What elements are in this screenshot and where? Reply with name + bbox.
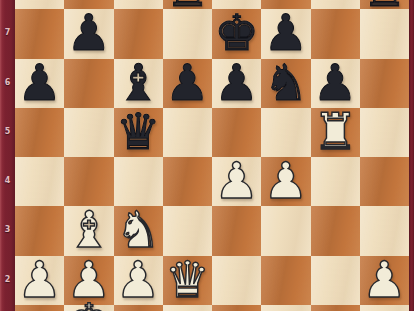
black-king-e7: ♚ — [212, 9, 261, 58]
black-queen-c5: ♛ — [114, 108, 163, 157]
chess-board: ♜♜♟♚♟♟♝♟♟♞♟♛♜♟♟♝♞♟♟♟♛♟♚ — [15, 0, 409, 311]
square-c1 — [114, 305, 163, 311]
square-a1 — [15, 305, 64, 311]
white-king-b1: ♚ — [64, 298, 113, 311]
square-c4 — [114, 157, 163, 206]
square-d5 — [163, 108, 212, 157]
white-pawn-f4: ♟ — [261, 157, 310, 206]
square-h1 — [360, 305, 409, 311]
square-e7: ♚ — [212, 9, 261, 58]
square-e2 — [212, 256, 261, 305]
square-d1 — [163, 305, 212, 311]
square-f3 — [261, 206, 310, 255]
black-pawn-f7: ♟ — [261, 9, 310, 58]
white-pawn-c2: ♟ — [114, 256, 163, 305]
square-h7 — [360, 9, 409, 58]
square-b7: ♟ — [64, 9, 113, 58]
rank-label-5: 5 — [0, 127, 15, 136]
white-knight-c3: ♞ — [114, 206, 163, 255]
square-b5 — [64, 108, 113, 157]
white-pawn-a2: ♟ — [15, 256, 64, 305]
square-g5: ♜ — [311, 108, 360, 157]
square-a6: ♟ — [15, 59, 64, 108]
square-f2 — [261, 256, 310, 305]
square-h4 — [360, 157, 409, 206]
square-c6: ♝ — [114, 59, 163, 108]
square-d2: ♛ — [163, 256, 212, 305]
square-d3 — [163, 206, 212, 255]
rank-label-2: 2 — [0, 275, 15, 284]
square-a7 — [15, 9, 64, 58]
square-d6: ♟ — [163, 59, 212, 108]
rank-label-6: 6 — [0, 78, 15, 87]
square-b3: ♝ — [64, 206, 113, 255]
square-a5 — [15, 108, 64, 157]
square-d7 — [163, 9, 212, 58]
square-b1: ♚ — [64, 305, 113, 311]
square-c5: ♛ — [114, 108, 163, 157]
board-left-border: 7 6 5 4 3 2 — [0, 0, 15, 311]
square-e3 — [212, 206, 261, 255]
white-queen-d2: ♛ — [163, 256, 212, 305]
black-pawn-g6: ♟ — [311, 59, 360, 108]
square-a3 — [15, 206, 64, 255]
black-pawn-d6: ♟ — [163, 59, 212, 108]
square-h2: ♟ — [360, 256, 409, 305]
square-f6: ♞ — [261, 59, 310, 108]
square-g2 — [311, 256, 360, 305]
square-d8: ♜ — [163, 0, 212, 9]
black-bishop-c6: ♝ — [114, 59, 163, 108]
board-right-border — [409, 0, 414, 311]
square-d4 — [163, 157, 212, 206]
square-b4 — [64, 157, 113, 206]
square-e1 — [212, 305, 261, 311]
square-f4: ♟ — [261, 157, 310, 206]
square-f7: ♟ — [261, 9, 310, 58]
square-g1 — [311, 305, 360, 311]
rank-label-3: 3 — [0, 225, 15, 234]
white-pawn-e4: ♟ — [212, 157, 261, 206]
square-h5 — [360, 108, 409, 157]
rank-label-4: 4 — [0, 176, 15, 185]
square-e4: ♟ — [212, 157, 261, 206]
square-a8 — [15, 0, 64, 9]
square-g8 — [311, 0, 360, 9]
square-c2: ♟ — [114, 256, 163, 305]
square-g7 — [311, 9, 360, 58]
square-c8 — [114, 0, 163, 9]
square-h3 — [360, 206, 409, 255]
black-knight-f6: ♞ — [261, 59, 310, 108]
rank-label-7: 7 — [0, 28, 15, 37]
chess-board-diagram: ♜♜♟♚♟♟♝♟♟♞♟♛♜♟♟♝♞♟♟♟♛♟♚ 7 6 5 4 3 2 — [0, 0, 414, 311]
square-c3: ♞ — [114, 206, 163, 255]
square-h6 — [360, 59, 409, 108]
black-pawn-e6: ♟ — [212, 59, 261, 108]
white-pawn-h2: ♟ — [360, 256, 409, 305]
black-pawn-a6: ♟ — [15, 59, 64, 108]
white-bishop-b3: ♝ — [64, 206, 113, 255]
square-g3 — [311, 206, 360, 255]
square-g6: ♟ — [311, 59, 360, 108]
square-f1 — [261, 305, 310, 311]
square-g4 — [311, 157, 360, 206]
square-b6 — [64, 59, 113, 108]
square-e5 — [212, 108, 261, 157]
square-f5 — [261, 108, 310, 157]
square-c7 — [114, 9, 163, 58]
white-rook-g5: ♜ — [311, 108, 360, 157]
square-h8: ♜ — [360, 0, 409, 9]
square-e6: ♟ — [212, 59, 261, 108]
black-pawn-b7: ♟ — [64, 9, 113, 58]
square-a2: ♟ — [15, 256, 64, 305]
square-a4 — [15, 157, 64, 206]
